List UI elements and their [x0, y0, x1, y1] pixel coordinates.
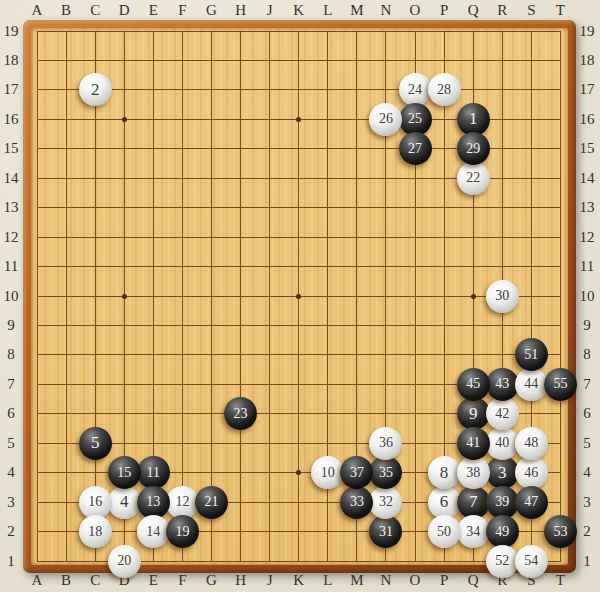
coordinate-label-top: B: [55, 2, 77, 19]
coordinate-label-top: L: [317, 2, 339, 19]
coordinate-label-top: S: [520, 2, 542, 19]
go-board[interactable]: [31, 28, 568, 565]
coordinate-label-left: 17: [0, 81, 22, 98]
coordinate-label-left: 13: [0, 199, 22, 216]
coordinate-label-bottom: C: [84, 572, 106, 589]
coordinate-label-right: 15: [575, 140, 599, 157]
coordinate-label-bottom: K: [288, 572, 310, 589]
coordinate-label-top: N: [375, 2, 397, 19]
coordinate-label-left: 8: [0, 346, 22, 363]
coordinate-label-bottom: A: [26, 572, 48, 589]
coordinate-label-bottom: R: [491, 572, 513, 589]
coordinate-label-bottom: H: [230, 572, 252, 589]
coordinate-label-bottom: B: [55, 572, 77, 589]
coordinate-label-top: Q: [462, 2, 484, 19]
coordinate-label-left: 15: [0, 140, 22, 157]
coordinate-label-top: P: [433, 2, 455, 19]
coordinate-label-bottom: L: [317, 572, 339, 589]
coordinate-label-top: D: [113, 2, 135, 19]
coordinate-label-top: O: [404, 2, 426, 19]
coordinate-label-top: J: [259, 2, 281, 19]
coordinate-label-top: A: [26, 2, 48, 19]
coordinate-label-left: 4: [0, 464, 22, 481]
coordinate-label-bottom: N: [375, 572, 397, 589]
coordinate-label-bottom: F: [171, 572, 193, 589]
coordinate-label-top: C: [84, 2, 106, 19]
coordinate-label-top: E: [142, 2, 164, 19]
coordinate-label-bottom: Q: [462, 572, 484, 589]
coordinate-label-left: 12: [0, 229, 22, 246]
coordinate-label-top: G: [200, 2, 222, 19]
coordinate-label-bottom: J: [259, 572, 281, 589]
coordinate-label-bottom: G: [200, 572, 222, 589]
coordinate-label-bottom: O: [404, 572, 426, 589]
coordinate-label-right: 13: [575, 199, 599, 216]
coordinate-label-top: H: [230, 2, 252, 19]
coordinate-label-right: 10: [575, 288, 599, 305]
coordinate-label-top: T: [549, 2, 571, 19]
coordinate-label-right: 6: [575, 405, 599, 422]
coordinate-label-right: 1: [575, 553, 599, 570]
coordinate-label-top: K: [288, 2, 310, 19]
coordinate-label-right: 7: [575, 376, 599, 393]
coordinate-label-right: 17: [575, 81, 599, 98]
coordinate-label-left: 14: [0, 170, 22, 187]
coordinate-label-left: 6: [0, 405, 22, 422]
coordinate-label-left: 2: [0, 523, 22, 540]
coordinate-label-left: 11: [0, 258, 22, 275]
coordinate-label-right: 3: [575, 494, 599, 511]
coordinate-label-left: 5: [0, 435, 22, 452]
coordinate-label-right: 14: [575, 170, 599, 187]
coordinate-label-bottom: M: [346, 572, 368, 589]
coordinate-label-right: 12: [575, 229, 599, 246]
coordinate-label-left: 7: [0, 376, 22, 393]
coordinate-label-bottom: E: [142, 572, 164, 589]
coordinate-label-right: 5: [575, 435, 599, 452]
coordinate-label-bottom: P: [433, 572, 455, 589]
coordinate-label-left: 16: [0, 111, 22, 128]
coordinate-label-right: 11: [575, 258, 599, 275]
coordinate-label-left: 10: [0, 288, 22, 305]
coordinate-label-left: 3: [0, 494, 22, 511]
coordinate-label-top: F: [171, 2, 193, 19]
coordinate-label-left: 18: [0, 52, 22, 69]
coordinate-label-left: 9: [0, 317, 22, 334]
coordinate-label-bottom: T: [549, 572, 571, 589]
coordinate-label-left: 19: [0, 23, 22, 40]
coordinate-label-right: 16: [575, 111, 599, 128]
coordinate-label-top: R: [491, 2, 513, 19]
coordinate-label-right: 2: [575, 523, 599, 540]
board-frame: [23, 20, 576, 573]
coordinate-label-bottom: D: [113, 572, 135, 589]
coordinate-label-right: 4: [575, 464, 599, 481]
coordinate-label-right: 9: [575, 317, 599, 334]
coordinate-label-left: 1: [0, 553, 22, 570]
coordinate-label-right: 18: [575, 52, 599, 69]
go-diagram: AABBCCDDEEFFGGHHJJKKLLMMNNOOPPQQRRSSTT19…: [0, 0, 600, 592]
coordinate-label-bottom: S: [520, 572, 542, 589]
coordinate-label-right: 19: [575, 23, 599, 40]
coordinate-label-top: M: [346, 2, 368, 19]
coordinate-label-right: 8: [575, 346, 599, 363]
